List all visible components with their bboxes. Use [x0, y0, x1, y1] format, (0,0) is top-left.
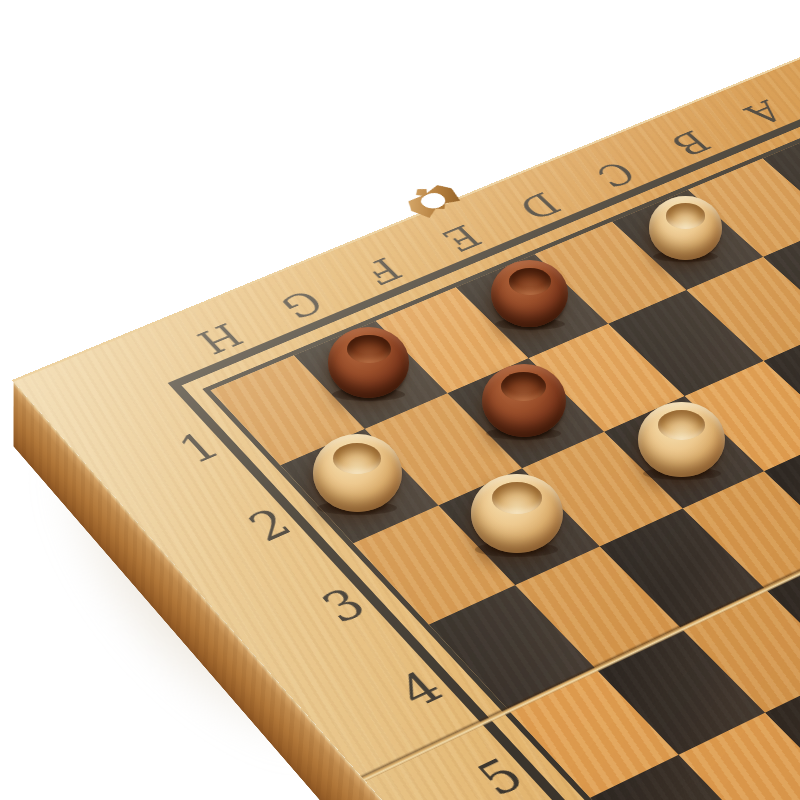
- product-photo-stage: HGFEDCBA 12345678: [0, 0, 800, 800]
